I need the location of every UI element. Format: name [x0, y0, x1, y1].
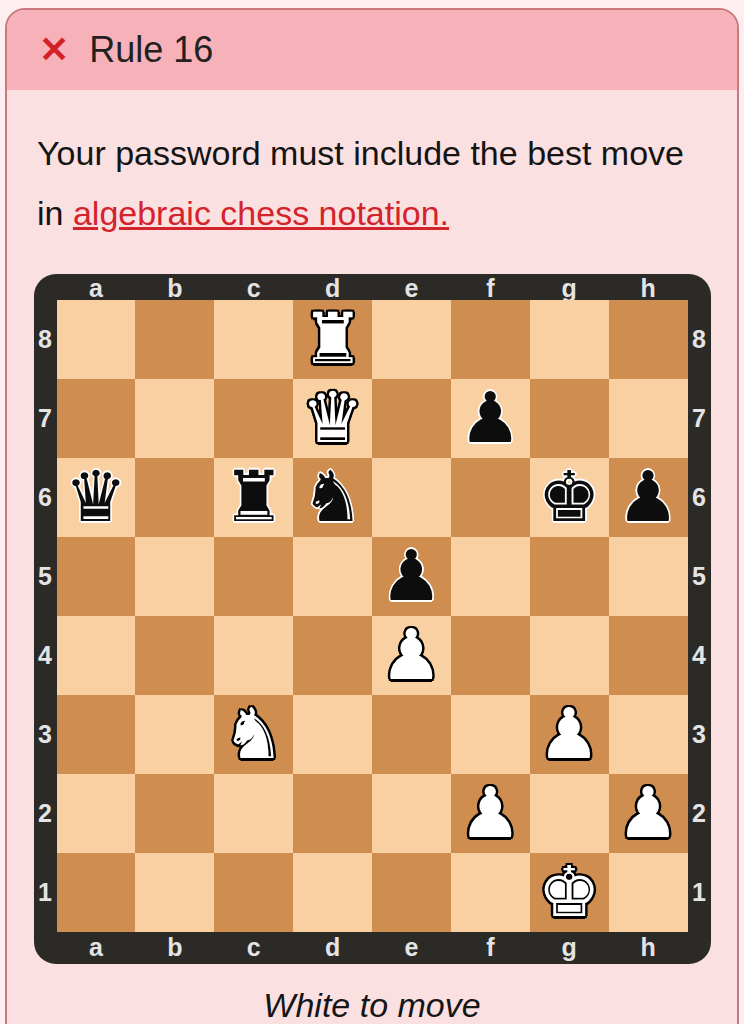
- rank-label-1: 1: [688, 853, 711, 932]
- square-h1: [609, 853, 688, 932]
- square-h8: [609, 300, 688, 379]
- rule-title: Rule 16: [89, 29, 213, 71]
- square-c8: [214, 300, 293, 379]
- file-label-h: h: [609, 274, 688, 303]
- square-a7: [57, 379, 136, 458]
- square-a2: [57, 774, 136, 853]
- rank-labels-right: 87654321: [688, 300, 711, 932]
- white-pawn-e4: ♟: [380, 620, 443, 690]
- rank-label-4: 4: [34, 616, 57, 695]
- square-g2: [530, 774, 609, 853]
- black-pawn-e5: ♟: [380, 541, 443, 611]
- square-b5: [135, 537, 214, 616]
- file-label-f: f: [451, 274, 530, 303]
- square-e8: [372, 300, 451, 379]
- square-d8: ♜: [293, 300, 372, 379]
- square-b2: [135, 774, 214, 853]
- square-h6: ♟: [609, 458, 688, 537]
- square-e6: [372, 458, 451, 537]
- file-label-f: f: [451, 932, 530, 964]
- square-f5: [451, 537, 530, 616]
- square-g6: ♚: [530, 458, 609, 537]
- square-e1: [372, 853, 451, 932]
- square-e7: [372, 379, 451, 458]
- square-h5: [609, 537, 688, 616]
- file-labels-bottom: abcdefgh: [57, 932, 688, 964]
- square-b8: [135, 300, 214, 379]
- rank-label-5: 5: [34, 537, 57, 616]
- square-g5: [530, 537, 609, 616]
- square-d5: [293, 537, 372, 616]
- white-queen-d7: ♛: [301, 383, 364, 453]
- square-f1: [451, 853, 530, 932]
- square-h4: [609, 616, 688, 695]
- square-e5: ♟: [372, 537, 451, 616]
- square-f8: [451, 300, 530, 379]
- file-label-e: e: [372, 274, 451, 303]
- square-d4: [293, 616, 372, 695]
- white-pawn-f2: ♟: [459, 778, 522, 848]
- square-e4: ♟: [372, 616, 451, 695]
- file-label-a: a: [57, 932, 136, 964]
- square-d6: ♞: [293, 458, 372, 537]
- file-label-d: d: [293, 932, 372, 964]
- square-f6: [451, 458, 530, 537]
- square-f4: [451, 616, 530, 695]
- square-f2: ♟: [451, 774, 530, 853]
- black-knight-d6: ♞: [301, 462, 364, 532]
- rank-labels-left: 87654321: [34, 300, 57, 932]
- square-h7: [609, 379, 688, 458]
- square-g1: ♚: [530, 853, 609, 932]
- rank-label-6: 6: [688, 458, 711, 537]
- file-label-a: a: [57, 274, 136, 303]
- square-c4: [214, 616, 293, 695]
- file-labels-top: abcdefgh: [57, 274, 688, 300]
- square-d7: ♛: [293, 379, 372, 458]
- square-g4: [530, 616, 609, 695]
- rank-label-4: 4: [688, 616, 711, 695]
- square-b6: [135, 458, 214, 537]
- chess-board: abcdefgh 87654321 87654321 abcdefgh ♜♛♟♛…: [34, 274, 711, 964]
- square-c1: [214, 853, 293, 932]
- file-label-h: h: [609, 932, 688, 964]
- square-b3: [135, 695, 214, 774]
- square-a1: [57, 853, 136, 932]
- rank-label-8: 8: [688, 300, 711, 379]
- rule-description: Your password must include the best move…: [7, 124, 737, 244]
- rank-label-6: 6: [34, 458, 57, 537]
- square-d3: [293, 695, 372, 774]
- black-king-g6: ♚: [538, 462, 601, 532]
- square-e2: [372, 774, 451, 853]
- rank-label-2: 2: [688, 774, 711, 853]
- rank-label-7: 7: [688, 379, 711, 458]
- file-label-b: b: [135, 932, 214, 964]
- square-c7: [214, 379, 293, 458]
- square-f3: [451, 695, 530, 774]
- rank-label-5: 5: [688, 537, 711, 616]
- square-c3: ♞: [214, 695, 293, 774]
- rank-label-2: 2: [34, 774, 57, 853]
- file-label-g: g: [530, 274, 609, 303]
- black-pawn-f7: ♟: [459, 383, 522, 453]
- square-h2: ♟: [609, 774, 688, 853]
- rank-label-3: 3: [688, 695, 711, 774]
- black-pawn-h6: ♟: [617, 462, 680, 532]
- white-pawn-h2: ♟: [617, 778, 680, 848]
- file-label-e: e: [372, 932, 451, 964]
- file-label-c: c: [214, 274, 293, 303]
- square-g7: [530, 379, 609, 458]
- square-a8: [57, 300, 136, 379]
- rule-header: ✕ Rule 16: [7, 10, 737, 90]
- white-pawn-g3: ♟: [538, 699, 601, 769]
- square-h3: [609, 695, 688, 774]
- rank-label-7: 7: [34, 379, 57, 458]
- file-label-g: g: [530, 932, 609, 964]
- square-a6: ♛: [57, 458, 136, 537]
- square-c2: [214, 774, 293, 853]
- rank-label-3: 3: [34, 695, 57, 774]
- file-label-b: b: [135, 274, 214, 303]
- square-d2: [293, 774, 372, 853]
- square-c6: ♜: [214, 458, 293, 537]
- square-d1: [293, 853, 372, 932]
- rank-label-1: 1: [34, 853, 57, 932]
- square-g8: [530, 300, 609, 379]
- white-king-g1: ♚: [538, 857, 601, 927]
- side-to-move-caption: White to move: [7, 986, 737, 1024]
- black-queen-a6: ♛: [65, 462, 128, 532]
- square-a5: [57, 537, 136, 616]
- black-rook-c6: ♜: [222, 462, 285, 532]
- white-rook-d8: ♜: [301, 304, 364, 374]
- square-b1: [135, 853, 214, 932]
- file-label-c: c: [214, 932, 293, 964]
- rule-card: ✕ Rule 16 Your password must include the…: [5, 8, 739, 1024]
- board-grid: ♜♛♟♛♜♞♚♟♟♟♞♟♟♟♚: [57, 300, 688, 932]
- square-b4: [135, 616, 214, 695]
- square-c5: [214, 537, 293, 616]
- square-a4: [57, 616, 136, 695]
- rank-label-8: 8: [34, 300, 57, 379]
- square-g3: ♟: [530, 695, 609, 774]
- algebraic-notation-link[interactable]: algebraic chess notation.: [73, 194, 449, 232]
- rule-failed-x-icon: ✕: [39, 32, 69, 68]
- square-e3: [372, 695, 451, 774]
- white-knight-c3: ♞: [222, 699, 285, 769]
- square-b7: [135, 379, 214, 458]
- square-a3: [57, 695, 136, 774]
- square-f7: ♟: [451, 379, 530, 458]
